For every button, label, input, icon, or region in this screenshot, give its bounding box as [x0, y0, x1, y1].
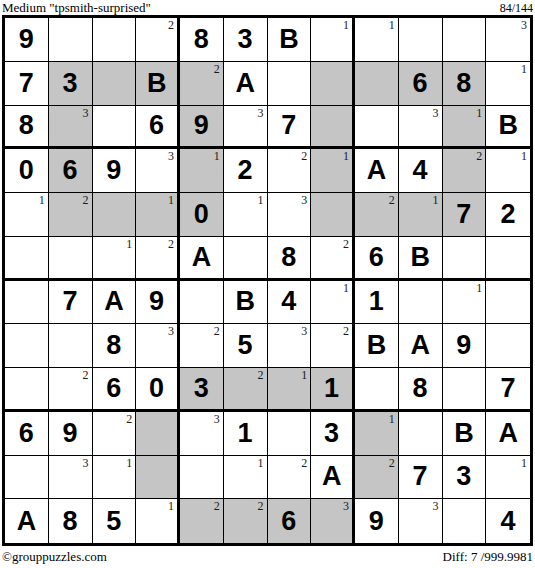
cell-value: 8 — [413, 375, 428, 402]
cell-r12c7: 6 — [268, 499, 312, 543]
cell-value: 1 — [238, 420, 253, 447]
cell-r2c10: 6 — [399, 62, 443, 106]
cell-value: 9 — [63, 420, 78, 447]
pencil-mark: 2 — [258, 499, 264, 513]
cell-r6c9: 6 — [355, 237, 399, 281]
pencil-mark: 2 — [214, 62, 220, 76]
cell-r4c6: 2 — [224, 149, 268, 193]
cell-r11c7: 2 — [268, 456, 312, 500]
cell-r1c9: 1 — [355, 18, 399, 62]
cell-r12c5: 2 — [180, 499, 224, 543]
pencil-mark: 1 — [476, 281, 482, 295]
cell-r5c10: 1 — [399, 193, 443, 237]
cell-value: 3 — [194, 375, 209, 402]
pencil-mark: 3 — [168, 324, 174, 338]
pencil-mark: 1 — [389, 412, 395, 426]
cell-r7c12 — [486, 281, 530, 325]
cell-r11c9: 2 — [355, 456, 399, 500]
cell-r2c7 — [268, 62, 312, 106]
cell-r10c11: B — [443, 412, 487, 456]
cell-value: 2 — [501, 201, 516, 228]
cell-r2c8 — [311, 62, 355, 106]
cell-r6c12 — [486, 237, 530, 281]
cell-r1c8: 1 — [311, 18, 355, 62]
cell-r10c4 — [136, 412, 180, 456]
cell-value: 6 — [369, 244, 384, 271]
cell-r11c4 — [136, 456, 180, 500]
cell-r10c10 — [399, 412, 443, 456]
cell-r8c8: 2 — [311, 324, 355, 368]
cell-r7c4: 9 — [136, 281, 180, 325]
cell-value: 1 — [324, 375, 339, 402]
cell-r4c2: 6 — [49, 149, 93, 193]
cell-value: 8 — [281, 244, 296, 271]
cell-r6c3: 1 — [93, 237, 137, 281]
cell-r1c5: 8 — [180, 18, 224, 62]
cell-r12c9: 9 — [355, 499, 399, 543]
cell-r10c1: 6 — [5, 412, 49, 456]
cell-value: 9 — [19, 26, 34, 53]
pencil-mark: 2 — [301, 149, 307, 163]
cell-value: 0 — [194, 201, 209, 228]
cell-r11c11: 3 — [443, 456, 487, 500]
cell-r11c12: 1 — [486, 456, 530, 500]
cell-value: 8 — [106, 332, 121, 359]
cell-r8c6: 5 — [224, 324, 268, 368]
cell-value: A — [410, 332, 430, 359]
cell-r1c12: 3 — [486, 18, 530, 62]
cell-r9c9 — [355, 368, 399, 412]
pencil-mark: 1 — [168, 499, 174, 513]
cell-r11c1 — [5, 456, 49, 500]
cell-value: 8 — [19, 112, 34, 139]
cell-r4c3: 9 — [93, 149, 137, 193]
pencil-mark: 1 — [301, 368, 307, 382]
cell-r9c2: 2 — [49, 368, 93, 412]
cell-r5c8 — [311, 193, 355, 237]
pencil-mark: 3 — [433, 106, 439, 120]
cell-value: 6 — [281, 508, 296, 535]
cell-r1c2 — [49, 18, 93, 62]
cell-r11c10: 7 — [399, 456, 443, 500]
cell-r9c5: 3 — [180, 368, 224, 412]
pencil-mark: 1 — [521, 62, 527, 76]
cell-value: A — [192, 244, 212, 271]
cell-r6c2 — [49, 237, 93, 281]
pencil-mark: 1 — [39, 193, 45, 207]
pencil-mark: 1 — [126, 237, 132, 251]
cell-r10c12: A — [486, 412, 530, 456]
cell-r1c11 — [443, 18, 487, 62]
cell-value: 7 — [19, 70, 34, 97]
pencil-mark: 1 — [168, 193, 174, 207]
cell-r4c10: 4 — [399, 149, 443, 193]
cell-r3c8 — [311, 106, 355, 150]
cell-value: 3 — [63, 70, 78, 97]
pencil-mark: 2 — [389, 456, 395, 470]
cell-r4c11: 2 — [443, 149, 487, 193]
cell-value: 6 — [63, 157, 78, 184]
pencil-mark: 1 — [126, 456, 132, 470]
cell-value: 3 — [324, 420, 339, 447]
pencil-mark: 3 — [301, 193, 307, 207]
cell-r8c7: 3 — [268, 324, 312, 368]
cell-r12c8: 3 — [311, 499, 355, 543]
cell-value: B — [147, 70, 167, 97]
cell-r9c12: 7 — [486, 368, 530, 412]
cell-value: 3 — [456, 463, 471, 490]
cell-r5c2: 2 — [49, 193, 93, 237]
cell-r8c1 — [5, 324, 49, 368]
cell-value: 2 — [238, 157, 253, 184]
cell-value: A — [367, 157, 387, 184]
cell-value: 0 — [19, 157, 34, 184]
cell-value: 8 — [456, 70, 471, 97]
pencil-mark: 2 — [168, 237, 174, 251]
pencil-mark: 2 — [83, 193, 89, 207]
cell-value: 7 — [501, 375, 516, 402]
cell-r9c6: 2 — [224, 368, 268, 412]
cell-r9c3: 6 — [93, 368, 137, 412]
pencil-mark: 1 — [521, 149, 527, 163]
cell-r10c8: 3 — [311, 412, 355, 456]
cell-r8c10: A — [399, 324, 443, 368]
cell-r8c5: 2 — [180, 324, 224, 368]
pencil-mark: 3 — [301, 324, 307, 338]
cell-r2c1: 7 — [5, 62, 49, 106]
cell-r8c3: 8 — [93, 324, 137, 368]
cell-r1c3 — [93, 18, 137, 62]
pencil-mark: 3 — [168, 149, 174, 163]
pencil-mark: 2 — [258, 368, 264, 382]
cell-r12c10: 3 — [399, 499, 443, 543]
cell-r6c7: 8 — [268, 237, 312, 281]
cells-remaining-counter: 84/144 — [500, 1, 533, 15]
cell-r5c5: 0 — [180, 193, 224, 237]
cell-value: 7 — [281, 112, 296, 139]
cell-r8c12 — [486, 324, 530, 368]
cell-r3c1: 8 — [5, 106, 49, 150]
cell-r7c6: B — [224, 281, 268, 325]
cell-r12c11 — [443, 499, 487, 543]
pencil-mark: 3 — [343, 499, 349, 513]
cell-r11c3: 1 — [93, 456, 137, 500]
cell-r9c10: 8 — [399, 368, 443, 412]
cell-r8c11: 9 — [443, 324, 487, 368]
cell-r6c5: A — [180, 237, 224, 281]
pencil-mark: 3 — [258, 106, 264, 120]
header: Medium "tpsmith-surprised" 84/144 — [2, 0, 533, 15]
pencil-mark: 2 — [476, 149, 482, 163]
cell-value: 5 — [238, 332, 253, 359]
cell-r5c9: 2 — [355, 193, 399, 237]
puzzle-title: Medium "tpsmith-surprised" — [2, 1, 151, 15]
cell-value: 5 — [106, 508, 121, 535]
copyright-text: ©grouppuzzles.com — [2, 549, 107, 565]
cell-r4c4: 3 — [136, 149, 180, 193]
cell-value: 7 — [63, 288, 78, 315]
pencil-mark: 3 — [214, 412, 220, 426]
cell-r4c12: 1 — [486, 149, 530, 193]
cell-r5c12: 2 — [486, 193, 530, 237]
cell-value: 6 — [149, 112, 164, 139]
cell-value: 7 — [456, 201, 471, 228]
cell-r3c5: 9 — [180, 106, 224, 150]
cell-r7c7: 4 — [268, 281, 312, 325]
cell-r5c11: 7 — [443, 193, 487, 237]
cell-value: B — [498, 112, 518, 139]
cell-value: 4 — [413, 157, 428, 184]
cell-r12c2: 8 — [49, 499, 93, 543]
cell-value: 9 — [106, 157, 121, 184]
cell-r5c4: 1 — [136, 193, 180, 237]
cell-r10c5: 3 — [180, 412, 224, 456]
cell-r9c8: 1 — [311, 368, 355, 412]
cell-value: 6 — [19, 420, 34, 447]
cell-r3c9 — [355, 106, 399, 150]
cell-value: B — [235, 288, 255, 315]
cell-value: 9 — [456, 332, 471, 359]
cell-r7c3: A — [93, 281, 137, 325]
pencil-mark: 2 — [126, 412, 132, 426]
cell-r2c6: A — [224, 62, 268, 106]
cell-r11c6: 1 — [224, 456, 268, 500]
cell-value: A — [17, 508, 37, 535]
cell-r2c3 — [93, 62, 137, 106]
pencil-mark: 3 — [521, 18, 527, 32]
pencil-mark: 2 — [214, 499, 220, 513]
cell-r4c8: 1 — [311, 149, 355, 193]
pencil-mark: 2 — [83, 368, 89, 382]
cell-value: A — [322, 463, 342, 490]
cell-value: 1 — [369, 288, 384, 315]
pencil-mark: 3 — [433, 499, 439, 513]
cell-r2c9 — [355, 62, 399, 106]
cell-r1c1: 9 — [5, 18, 49, 62]
cell-value: B — [279, 26, 299, 53]
cell-r12c3: 5 — [93, 499, 137, 543]
cell-r3c7: 7 — [268, 106, 312, 150]
cell-r6c4: 2 — [136, 237, 180, 281]
cell-r3c2: 3 — [49, 106, 93, 150]
cell-r9c11 — [443, 368, 487, 412]
cell-value: A — [498, 420, 518, 447]
cell-r7c8: 1 — [311, 281, 355, 325]
sudoku-board: 9283B11373B2A68183693731B06931221A421121… — [2, 15, 533, 546]
difficulty-text: Diff: 7 /999.9981 — [443, 549, 533, 565]
cell-value: B — [367, 332, 387, 359]
pencil-mark: 2 — [343, 324, 349, 338]
cell-r3c11: 1 — [443, 106, 487, 150]
cell-r5c7: 3 — [268, 193, 312, 237]
pencil-mark: 1 — [343, 149, 349, 163]
cell-value: 8 — [194, 26, 209, 53]
cell-r2c4: B — [136, 62, 180, 106]
cell-r4c9: A — [355, 149, 399, 193]
cell-r3c4: 6 — [136, 106, 180, 150]
cell-r5c3 — [93, 193, 137, 237]
pencil-mark: 1 — [214, 149, 220, 163]
cell-value: 9 — [369, 508, 384, 535]
pencil-mark: 1 — [433, 193, 439, 207]
pencil-mark: 2 — [214, 324, 220, 338]
cell-r1c7: B — [268, 18, 312, 62]
cell-r9c1 — [5, 368, 49, 412]
cell-value: 0 — [149, 375, 164, 402]
pencil-mark: 1 — [521, 456, 527, 470]
cell-r10c6: 1 — [224, 412, 268, 456]
cell-r7c5 — [180, 281, 224, 325]
cell-value: B — [454, 420, 474, 447]
cell-r9c4: 0 — [136, 368, 180, 412]
cell-r1c6: 3 — [224, 18, 268, 62]
cell-r6c11 — [443, 237, 487, 281]
cell-r6c10: B — [399, 237, 443, 281]
cell-r10c7 — [268, 412, 312, 456]
cell-r1c4: 2 — [136, 18, 180, 62]
cell-value: 4 — [501, 508, 516, 535]
pencil-mark: 2 — [343, 237, 349, 251]
cell-r9c7: 1 — [268, 368, 312, 412]
cell-value: 8 — [63, 508, 78, 535]
cell-r11c8: A — [311, 456, 355, 500]
pencil-mark: 3 — [83, 456, 89, 470]
cell-r6c8: 2 — [311, 237, 355, 281]
cell-value: 6 — [106, 375, 121, 402]
cell-value: A — [104, 288, 124, 315]
cell-r11c5 — [180, 456, 224, 500]
cell-r5c6: 1 — [224, 193, 268, 237]
cell-r3c12: B — [486, 106, 530, 150]
cell-r12c6: 2 — [224, 499, 268, 543]
cell-value: B — [410, 244, 430, 271]
cell-r3c6: 3 — [224, 106, 268, 150]
cell-r7c9: 1 — [355, 281, 399, 325]
cell-r5c1: 1 — [5, 193, 49, 237]
cell-r2c5: 2 — [180, 62, 224, 106]
cell-r12c4: 1 — [136, 499, 180, 543]
pencil-mark: 2 — [301, 456, 307, 470]
cell-value: 7 — [413, 463, 428, 490]
cell-r4c5: 1 — [180, 149, 224, 193]
cell-value: 4 — [281, 288, 296, 315]
cell-r7c11: 1 — [443, 281, 487, 325]
pencil-mark: 1 — [343, 18, 349, 32]
footer: ©grouppuzzles.com Diff: 7 /999.9981 — [2, 549, 533, 565]
cell-r2c11: 8 — [443, 62, 487, 106]
pencil-mark: 1 — [258, 456, 264, 470]
cell-r7c1 — [5, 281, 49, 325]
cell-r3c10: 3 — [399, 106, 443, 150]
pencil-mark: 2 — [389, 193, 395, 207]
cell-r4c1: 0 — [5, 149, 49, 193]
cell-r8c9: B — [355, 324, 399, 368]
cell-r3c3 — [93, 106, 137, 150]
cell-r10c3: 2 — [93, 412, 137, 456]
cell-r6c6 — [224, 237, 268, 281]
cell-r12c1: A — [5, 499, 49, 543]
cell-r11c2: 3 — [49, 456, 93, 500]
cell-value: 9 — [149, 288, 164, 315]
cell-r7c2: 7 — [49, 281, 93, 325]
cell-r12c12: 4 — [486, 499, 530, 543]
pencil-mark: 1 — [476, 106, 482, 120]
pencil-mark: 3 — [83, 106, 89, 120]
cell-r8c4: 3 — [136, 324, 180, 368]
cell-r6c1 — [5, 237, 49, 281]
pencil-mark: 1 — [343, 281, 349, 295]
pencil-mark: 1 — [389, 18, 395, 32]
cell-r8c2 — [49, 324, 93, 368]
cell-value: 3 — [238, 26, 253, 53]
cell-value: 6 — [413, 70, 428, 97]
cell-r2c12: 1 — [486, 62, 530, 106]
cell-r10c2: 9 — [49, 412, 93, 456]
pencil-mark: 2 — [168, 18, 174, 32]
cell-value: 9 — [194, 112, 209, 139]
pencil-mark: 1 — [258, 193, 264, 207]
cell-r4c7: 2 — [268, 149, 312, 193]
cell-r10c9: 1 — [355, 412, 399, 456]
cell-r1c10 — [399, 18, 443, 62]
cell-r7c10 — [399, 281, 443, 325]
cell-value: A — [235, 70, 255, 97]
cell-r2c2: 3 — [49, 62, 93, 106]
